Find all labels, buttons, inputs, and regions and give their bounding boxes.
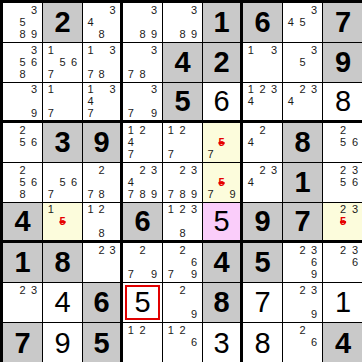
cell-r8c1[interactable]: 23 [3,283,43,323]
candidate-1: 1 [45,84,57,96]
candidate-8: 8 [96,69,107,81]
cell-r2c6[interactable]: 2 [203,43,243,83]
pencil-marks: 15 [43,203,82,240]
pencil-marks: 234789 [123,163,162,202]
given-digit: 7 [14,329,30,358]
candidate-1: 1 [125,324,137,337]
cell-r7c1[interactable]: 1 [3,243,43,283]
cell-r7c9[interactable]: 236 [323,243,362,283]
candidate-2: 2 [337,204,349,216]
candidate-8: 8 [137,29,149,41]
candidate-2: 2 [96,164,107,176]
cell-r5c5[interactable]: 23789 [163,163,203,203]
cell-r2c5[interactable]: 4 [163,43,203,83]
given-digit: 1 [213,8,229,37]
cell-r4c8[interactable]: 8 [283,123,323,163]
pencil-marks: 126 [163,323,202,362]
solved-digit: 9 [54,329,70,358]
pencil-marks: 57 [203,123,240,162]
pencil-marks: 345 [283,3,322,42]
cell-r1c4[interactable]: 389 [123,3,163,43]
cell-r8c2[interactable]: 4 [43,283,83,323]
candidate-3: 3 [148,84,160,96]
cell-r2c2[interactable]: 1567 [43,43,83,83]
solved-digit: 6 [213,87,229,116]
candidate-2: 2 [137,324,149,337]
cell-r6c6[interactable]: 5 [203,203,243,243]
candidate-7: 7 [125,107,137,119]
candidate-7: 7 [45,189,57,201]
pencil-marks: 26 [283,323,322,362]
candidate-6: 6 [68,176,80,188]
pencil-marks: 35 [283,43,322,82]
cell-r6c5[interactable]: 1238 [163,203,203,243]
candidate-9: 9 [188,309,200,321]
cell-r4c5[interactable]: 127 [163,123,203,163]
candidate-9: 9 [148,107,160,119]
cell-r2c3[interactable]: 1378 [83,43,123,83]
cell-r2c9[interactable]: 9 [323,43,362,83]
cell-r1c5[interactable]: 389 [163,3,203,43]
cell-r2c1[interactable]: 3568 [3,43,43,83]
cell-r7c8[interactable]: 2369 [283,243,323,283]
pencil-marks: 128 [83,203,120,240]
candidate-7: 7 [85,107,96,119]
cell-r6c4[interactable]: 6 [123,203,163,243]
pencil-marks: 2356 [323,163,362,202]
pencil-marks: 236 [323,243,362,282]
cell-r4c6[interactable]: 57 [203,123,243,163]
candidate-8: 8 [177,29,189,41]
cell-r6c9[interactable]: 235 [323,203,362,243]
pencil-marks: 1238 [163,203,202,240]
pencil-marks: 12 [123,323,162,362]
candidate-2: 2 [137,124,149,136]
candidate-8: 8 [177,227,189,239]
cell-r7c2[interactable]: 8 [43,243,83,283]
pencil-marks: 234 [243,163,282,202]
given-digit: 1 [14,248,30,277]
candidate-1: 1 [245,84,257,96]
candidate-5: 5 [337,136,349,148]
cell-r9c3[interactable]: 5 [83,323,123,362]
candidate-1: 1 [85,204,96,216]
pencil-marks: 3589 [3,3,42,42]
cell-r6c3[interactable]: 128 [83,203,123,243]
candidate-3: 3 [28,284,40,296]
candidate-2: 2 [337,164,349,176]
candidate-7: 7 [165,269,177,281]
candidate-2: 2 [177,324,189,337]
candidate-4: 4 [245,136,257,148]
candidate-3: 3 [349,204,361,216]
solved-digit: 8 [254,329,270,358]
candidate-3: 3 [349,244,361,256]
given-digit: 4 [14,207,30,236]
cell-r5c7[interactable]: 234 [243,163,283,203]
candidate-3: 3 [107,44,118,56]
candidate-4: 4 [85,96,96,108]
candidate-5: 5 [57,56,69,68]
candidate-6: 6 [349,136,361,148]
pencil-marks: 389 [163,3,202,42]
pencil-marks: 127 [163,123,202,162]
candidate-1: 1 [125,124,137,136]
candidate-3: 3 [188,164,200,176]
pencil-marks: 256 [3,123,42,162]
pencil-marks: 234 [283,83,322,120]
candidate-7: 7 [165,149,177,161]
candidate-1: 1 [245,44,257,56]
candidate-2: 2 [257,84,269,96]
candidate-8: 8 [17,29,29,41]
pencil-marks: 3568 [3,43,42,82]
candidate-2: 2 [137,244,149,256]
pencil-marks: 1234 [243,83,282,120]
cell-r1c2[interactable]: 2 [43,3,83,43]
candidate-2: 2 [17,164,29,176]
candidate-5: 5 [337,176,349,188]
solved-digit: 3 [213,329,229,358]
given-digit: 2 [213,48,229,77]
given-digit: 1 [294,168,310,197]
candidate-1: 1 [85,44,96,56]
candidate-9: 9 [148,189,160,201]
candidate-9: 9 [308,309,320,321]
candidate-3: 3 [308,84,320,96]
candidate-6: 6 [68,56,80,68]
sudoku-board: 3589234838938916345735681567137837842133… [0,0,362,362]
candidate-7: 7 [125,149,137,161]
cell-r9c4[interactable]: 12 [123,323,163,362]
pencil-marks: 1347 [83,83,120,120]
candidate-1: 1 [85,84,96,96]
cell-r6c7[interactable]: 9 [243,203,283,243]
cell-r3c2[interactable]: 17 [43,83,83,123]
candidate-2: 2 [337,124,349,136]
pencil-marks: 2679 [163,243,202,282]
pencil-marks: 24 [243,123,282,162]
cell-r7c3[interactable]: 23 [83,243,123,283]
candidate-7: 7 [205,149,216,161]
pencil-marks: 29 [163,283,202,322]
cell-r5c4[interactable]: 234789 [123,163,163,203]
candidate-2: 2 [297,324,309,337]
given-digit: 2 [54,8,70,37]
given-digit: 7 [335,8,351,37]
candidate-9: 9 [28,107,40,119]
pencil-marks: 23 [83,243,120,282]
pencil-marks: 239 [283,283,322,322]
candidate-3: 3 [268,84,280,96]
candidate-7: 7 [165,189,177,201]
candidate-3: 3 [308,44,320,56]
cell-r2c7[interactable]: 13 [243,43,283,83]
candidate-7: 7 [125,189,137,201]
cell-r4c1[interactable]: 256 [3,123,43,163]
solved-digit: 7 [254,288,270,317]
candidate-5: 5 [17,16,29,28]
pencil-marks: 1567 [43,43,82,82]
candidate-9: 9 [188,189,200,201]
pencil-marks: 379 [123,83,162,120]
cell-r6c1[interactable]: 4 [3,203,43,243]
candidate-1: 1 [165,324,177,337]
cell-r7c6[interactable]: 4 [203,243,243,283]
cell-r5c3[interactable]: 278 [83,163,123,203]
candidate-3: 3 [28,44,40,56]
cell-r4c2[interactable]: 3 [43,123,83,163]
pencil-marks: 2568 [3,163,42,202]
given-digit: 8 [294,128,310,157]
candidate-3: 3 [107,84,118,96]
candidate-3: 3 [28,4,40,16]
candidate-2: 2 [96,244,107,256]
candidate-8: 8 [96,29,107,41]
candidate-6: 6 [308,337,320,350]
candidate-5: 5 [297,56,309,68]
candidate-1: 1 [165,204,177,216]
candidate-7: 7 [85,189,96,201]
candidate-5: 5 [17,176,29,188]
candidate-2: 2 [96,204,107,216]
candidate-5-struck: 5 [216,136,227,148]
given-digit: 5 [174,87,190,116]
candidate-8: 8 [96,189,107,201]
candidate-2: 2 [17,284,29,296]
candidate-2: 2 [337,244,349,256]
pencil-marks: 256 [323,123,362,162]
candidate-8: 8 [96,227,107,239]
cell-r6c2[interactable]: 15 [43,203,83,243]
pencil-marks: 579 [203,163,240,202]
pencil-marks: 235 [323,203,362,240]
pencil-marks: 39 [3,83,42,120]
pencil-marks: 23 [3,283,42,322]
candidate-5: 5 [297,16,309,28]
solved-digit: 8 [335,87,351,116]
cell-r8c8[interactable]: 239 [283,283,323,323]
candidate-8: 8 [137,69,149,81]
cell-r3c3[interactable]: 1347 [83,83,123,123]
candidate-4: 4 [245,176,257,188]
candidate-7: 7 [45,69,57,81]
given-digit: 4 [174,48,190,77]
cell-r3c9[interactable]: 8 [323,83,362,123]
candidate-5-struck: 5 [216,176,227,188]
candidate-3: 3 [107,4,118,16]
cell-r7c5[interactable]: 2679 [163,243,203,283]
cell-r8c3[interactable]: 6 [83,283,123,323]
pencil-marks: 13 [243,43,282,82]
cell-r2c4[interactable]: 378 [123,43,163,83]
candidate-3: 3 [308,284,320,296]
candidate-6: 6 [28,176,40,188]
candidate-1: 1 [45,44,57,56]
candidate-4: 4 [285,96,297,108]
cell-r8c9[interactable]: 1 [323,283,362,323]
cell-r7c4[interactable]: 279 [123,243,163,283]
candidate-3: 3 [107,244,118,256]
cell-r3c6[interactable]: 6 [203,83,243,123]
candidate-2: 2 [177,204,189,216]
candidate-3: 3 [188,4,200,16]
candidate-3: 3 [349,164,361,176]
candidate-4: 4 [245,96,257,108]
cell-r9c6[interactable]: 3 [203,323,243,362]
candidate-2: 2 [297,244,309,256]
candidate-2: 2 [137,164,149,176]
cell-r9c7[interactable]: 8 [243,323,283,362]
pencil-marks: 1247 [123,123,162,162]
candidate-6: 6 [188,337,200,350]
candidate-7: 7 [205,189,216,201]
cell-r3c8[interactable]: 234 [283,83,323,123]
given-digit: 9 [335,48,351,77]
candidate-8: 8 [17,69,29,81]
candidate-6: 6 [188,256,200,268]
candidate-9: 9 [227,189,238,201]
candidate-3: 3 [268,164,280,176]
given-digit: 4 [213,248,229,277]
cell-r3c7[interactable]: 1234 [243,83,283,123]
candidate-5: 5 [17,56,29,68]
cell-r8c4[interactable]: 5 [123,283,163,323]
cell-r5c6[interactable]: 579 [203,163,243,203]
candidate-2: 2 [297,284,309,296]
pencil-marks: 2369 [283,243,322,282]
candidate-3: 3 [268,44,280,56]
given-digit: 6 [134,207,150,236]
pencil-marks: 279 [123,243,162,282]
given-digit: 9 [254,207,270,236]
candidate-5: 5 [17,136,29,148]
candidate-3: 3 [308,4,320,16]
candidate-6: 6 [28,136,40,148]
pencil-marks: 567 [43,163,82,202]
candidate-3: 3 [148,4,160,16]
candidate-4: 4 [125,176,137,188]
candidate-7: 7 [125,69,137,81]
candidate-2: 2 [257,124,269,136]
cell-r9c8[interactable]: 26 [283,323,323,362]
cell-r4c9[interactable]: 256 [323,123,362,163]
candidate-6: 6 [349,256,361,268]
candidate-9: 9 [148,269,160,281]
candidate-4: 4 [85,16,96,28]
cell-r6c8[interactable]: 7 [283,203,323,243]
candidate-6: 6 [349,176,361,188]
candidate-4: 4 [125,136,137,148]
candidate-1: 1 [165,124,177,136]
cell-r1c7[interactable]: 6 [243,3,283,43]
given-digit: 5 [254,248,270,277]
given-digit: 6 [93,288,109,317]
candidate-5-struck: 5 [57,216,69,228]
cell-r8c7[interactable]: 7 [243,283,283,323]
cell-r8c6[interactable]: 8 [203,283,243,323]
candidate-3: 3 [148,164,160,176]
given-digit: 4 [335,329,351,358]
pencil-marks: 23789 [163,163,202,202]
given-digit: 7 [294,207,310,236]
candidate-9: 9 [188,269,200,281]
solved-digit: 4 [54,288,70,317]
cell-r1c3[interactable]: 348 [83,3,123,43]
candidate-4: 4 [285,16,297,28]
given-digit: 6 [254,8,270,37]
candidate-2: 2 [177,124,189,136]
candidate-6: 6 [28,56,40,68]
given-digit: 8 [54,248,70,277]
cell-r3c1[interactable]: 39 [3,83,43,123]
candidate-3: 3 [28,84,40,96]
candidate-8: 8 [177,189,189,201]
pencil-marks: 17 [43,83,82,120]
cell-r1c9[interactable]: 7 [323,3,362,43]
cell-r4c3[interactable]: 9 [83,123,123,163]
cell-r5c8[interactable]: 1 [283,163,323,203]
candidate-2: 2 [17,124,29,136]
candidate-9: 9 [308,269,320,281]
cell-r9c5[interactable]: 126 [163,323,203,362]
candidate-9: 9 [188,29,200,41]
candidate-3: 3 [188,204,200,216]
cell-r5c9[interactable]: 2356 [323,163,362,203]
cell-r5c2[interactable]: 567 [43,163,83,203]
candidate-5-struck: 5 [337,216,349,228]
given-digit: 8 [213,288,229,317]
cell-r7c7[interactable]: 5 [243,243,283,283]
pencil-marks: 378 [123,43,162,82]
cell-r3c5[interactable]: 5 [163,83,203,123]
candidate-2: 2 [177,284,189,296]
candidate-7: 7 [85,69,96,81]
given-digit: 9 [93,128,109,157]
cell-r1c8[interactable]: 345 [283,3,323,43]
candidate-2: 2 [177,164,189,176]
cell-r9c1[interactable]: 7 [3,323,43,362]
cell-r1c1[interactable]: 3589 [3,3,43,43]
candidate-9: 9 [28,29,40,41]
cell-r5c1[interactable]: 2568 [3,163,43,203]
cell-r4c4[interactable]: 1247 [123,123,163,163]
cell-r9c2[interactable]: 9 [43,323,83,362]
pencil-marks: 278 [83,163,120,202]
cell-r8c5[interactable]: 29 [163,283,203,323]
candidate-9: 9 [148,29,160,41]
cell-r9c9[interactable]: 4 [323,323,362,362]
candidate-5: 5 [57,176,69,188]
candidate-1: 1 [45,204,57,216]
candidate-8: 8 [17,189,29,201]
candidate-7: 7 [45,107,57,119]
pencil-marks: 348 [83,3,120,42]
candidate-8: 8 [137,189,149,201]
candidate-6: 6 [308,256,320,268]
candidate-7: 7 [125,269,137,281]
candidate-2: 2 [177,244,189,256]
solved-digit: 5 [134,288,150,317]
cell-r1c6[interactable]: 1 [203,3,243,43]
pencil-marks: 389 [123,3,162,42]
cell-r2c8[interactable]: 35 [283,43,323,83]
cell-r3c4[interactable]: 379 [123,83,163,123]
given-digit: 3 [54,128,70,157]
candidate-3: 3 [148,44,160,56]
cell-r4c7[interactable]: 24 [243,123,283,163]
sudoku-app: 3589234838938916345735681567137837842133… [0,0,362,362]
